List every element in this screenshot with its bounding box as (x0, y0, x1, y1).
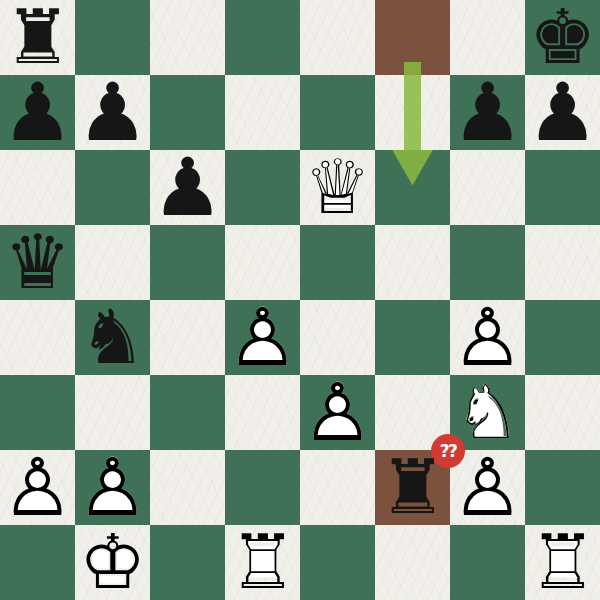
square-c4[interactable] (150, 300, 225, 375)
square-g2[interactable] (450, 450, 525, 525)
square-f4[interactable] (375, 300, 450, 375)
square-b8[interactable] (75, 0, 150, 75)
square-f8[interactable] (375, 0, 450, 75)
square-g6[interactable] (450, 150, 525, 225)
square-b7[interactable] (75, 75, 150, 150)
square-h8[interactable] (525, 0, 600, 75)
square-c8[interactable] (150, 0, 225, 75)
square-f2[interactable] (375, 450, 450, 525)
square-d2[interactable] (225, 450, 300, 525)
square-a1[interactable] (0, 525, 75, 600)
square-c3[interactable] (150, 375, 225, 450)
square-e7[interactable] (300, 75, 375, 150)
square-d7[interactable] (225, 75, 300, 150)
square-d4[interactable] (225, 300, 300, 375)
square-b1[interactable] (75, 525, 150, 600)
square-e5[interactable] (300, 225, 375, 300)
square-d6[interactable] (225, 150, 300, 225)
square-g8[interactable] (450, 0, 525, 75)
square-a6[interactable] (0, 150, 75, 225)
square-c6[interactable] (150, 150, 225, 225)
square-g4[interactable] (450, 300, 525, 375)
chess-board[interactable] (0, 0, 600, 600)
square-h4[interactable] (525, 300, 600, 375)
square-c1[interactable] (150, 525, 225, 600)
square-f1[interactable] (375, 525, 450, 600)
square-b2[interactable] (75, 450, 150, 525)
square-h2[interactable] (525, 450, 600, 525)
square-e3[interactable] (300, 375, 375, 450)
square-a4[interactable] (0, 300, 75, 375)
square-a5[interactable] (0, 225, 75, 300)
square-g3[interactable] (450, 375, 525, 450)
square-e8[interactable] (300, 0, 375, 75)
square-g1[interactable] (450, 525, 525, 600)
square-b3[interactable] (75, 375, 150, 450)
square-f3[interactable] (375, 375, 450, 450)
square-d8[interactable] (225, 0, 300, 75)
square-h3[interactable] (525, 375, 600, 450)
square-e4[interactable] (300, 300, 375, 375)
square-c2[interactable] (150, 450, 225, 525)
square-e2[interactable] (300, 450, 375, 525)
square-b6[interactable] (75, 150, 150, 225)
square-g5[interactable] (450, 225, 525, 300)
square-b4[interactable] (75, 300, 150, 375)
square-d3[interactable] (225, 375, 300, 450)
square-h6[interactable] (525, 150, 600, 225)
square-c5[interactable] (150, 225, 225, 300)
square-h5[interactable] (525, 225, 600, 300)
square-g7[interactable] (450, 75, 525, 150)
square-a3[interactable] (0, 375, 75, 450)
square-e6[interactable] (300, 150, 375, 225)
chess-analysis-view: ?? ♜♚♟♟♟♟♟♛♕♛♞♟♙♟♙♟♙♞♘♟♙♟♙♜♟♙♚♔♜♖♜♖ (0, 0, 600, 600)
square-e1[interactable] (300, 525, 375, 600)
square-b5[interactable] (75, 225, 150, 300)
square-f7[interactable] (375, 75, 450, 150)
square-d5[interactable] (225, 225, 300, 300)
square-h1[interactable] (525, 525, 600, 600)
square-c7[interactable] (150, 75, 225, 150)
square-h7[interactable] (525, 75, 600, 150)
square-f5[interactable] (375, 225, 450, 300)
square-a2[interactable] (0, 450, 75, 525)
square-a7[interactable] (0, 75, 75, 150)
square-d1[interactable] (225, 525, 300, 600)
square-a8[interactable] (0, 0, 75, 75)
square-f6[interactable] (375, 150, 450, 225)
